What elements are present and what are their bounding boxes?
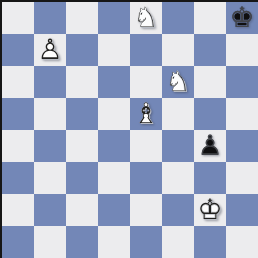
square-f4[interactable] [162,130,194,162]
square-g4[interactable]: ♟♙ [194,130,226,162]
square-h7[interactable] [226,34,258,66]
square-b6[interactable] [34,66,66,98]
square-d5[interactable] [98,98,130,130]
square-f3[interactable] [162,162,194,194]
black-king-detail: ♔ [226,2,258,34]
square-h8[interactable]: ♚♔ [226,2,258,34]
square-e5[interactable]: ♝♗ [130,98,162,130]
square-d2[interactable] [98,194,130,226]
square-h4[interactable] [226,130,258,162]
square-c1[interactable] [66,226,98,258]
square-c8[interactable] [66,2,98,34]
square-b5[interactable] [34,98,66,130]
white-bishop-icon[interactable]: ♝♗ [130,98,162,130]
square-b3[interactable] [34,162,66,194]
square-e4[interactable] [130,130,162,162]
square-d1[interactable] [98,226,130,258]
chess-board-window: ♞♘♚♔♟♙♞♘♝♗♟♙♚♔ [0,0,258,258]
square-a4[interactable] [2,130,34,162]
square-a2[interactable] [2,194,34,226]
white-knight-icon[interactable]: ♞♘ [130,2,162,34]
chess-board: ♞♘♚♔♟♙♞♘♝♗♟♙♚♔ [0,0,258,258]
square-c2[interactable] [66,194,98,226]
square-g3[interactable] [194,162,226,194]
white-knight-outline: ♘ [162,66,194,98]
square-b4[interactable] [34,130,66,162]
square-f5[interactable] [162,98,194,130]
square-f6[interactable]: ♞♘ [162,66,194,98]
square-g7[interactable] [194,34,226,66]
square-a1[interactable] [2,226,34,258]
black-pawn-detail: ♙ [194,130,226,162]
white-knight-icon[interactable]: ♞♘ [162,66,194,98]
square-e8[interactable]: ♞♘ [130,2,162,34]
white-king-outline: ♔ [194,194,226,226]
square-b2[interactable] [34,194,66,226]
square-g6[interactable] [194,66,226,98]
square-h6[interactable] [226,66,258,98]
black-pawn-icon[interactable]: ♟♙ [194,130,226,162]
square-b1[interactable] [34,226,66,258]
square-d6[interactable] [98,66,130,98]
square-e7[interactable] [130,34,162,66]
square-d7[interactable] [98,34,130,66]
white-bishop-outline: ♗ [130,98,162,130]
square-f7[interactable] [162,34,194,66]
square-g5[interactable] [194,98,226,130]
square-h1[interactable] [226,226,258,258]
square-h5[interactable] [226,98,258,130]
square-f8[interactable] [162,2,194,34]
square-c6[interactable] [66,66,98,98]
square-g1[interactable] [194,226,226,258]
square-a8[interactable] [2,2,34,34]
square-h3[interactable] [226,162,258,194]
white-pawn-outline: ♙ [34,34,66,66]
white-pawn-icon[interactable]: ♟♙ [34,34,66,66]
white-king-icon[interactable]: ♚♔ [194,194,226,226]
black-king-icon[interactable]: ♚♔ [226,2,258,34]
square-c7[interactable] [66,34,98,66]
square-e3[interactable] [130,162,162,194]
square-b7[interactable]: ♟♙ [34,34,66,66]
square-d4[interactable] [98,130,130,162]
square-c5[interactable] [66,98,98,130]
square-e2[interactable] [130,194,162,226]
square-d3[interactable] [98,162,130,194]
square-f2[interactable] [162,194,194,226]
square-f1[interactable] [162,226,194,258]
square-b8[interactable] [34,2,66,34]
square-d8[interactable] [98,2,130,34]
square-e6[interactable] [130,66,162,98]
white-knight-outline: ♘ [130,2,162,34]
square-a6[interactable] [2,66,34,98]
square-a5[interactable] [2,98,34,130]
square-g2[interactable]: ♚♔ [194,194,226,226]
square-a3[interactable] [2,162,34,194]
square-h2[interactable] [226,194,258,226]
square-c4[interactable] [66,130,98,162]
square-g8[interactable] [194,2,226,34]
square-a7[interactable] [2,34,34,66]
square-e1[interactable] [130,226,162,258]
square-c3[interactable] [66,162,98,194]
